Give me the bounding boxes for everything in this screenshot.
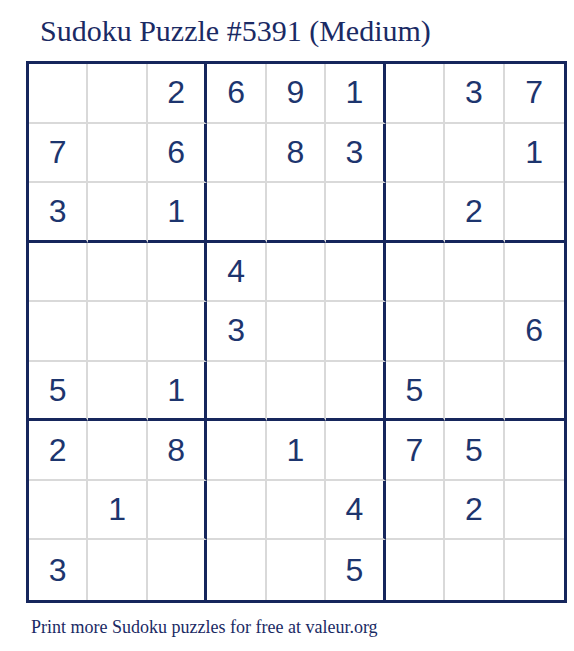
cell-r5c1-empty [29,302,88,362]
cell-r2c8-empty [445,124,504,184]
cell-r9c2-empty [88,540,147,600]
cell-r3c5-empty [267,183,326,243]
cell-r5c9-given-6: 6 [505,302,564,362]
cell-r6c9-empty [505,362,564,422]
cell-r9c1-given-3: 3 [29,540,88,600]
cell-r6c7-given-5: 5 [386,362,445,422]
cell-r1c5-given-9: 9 [267,64,326,124]
cell-r3c6-empty [326,183,385,243]
cell-r8c8-given-2: 2 [445,481,504,541]
cell-r5c4-given-3: 3 [207,302,266,362]
cell-r4c1-empty [29,243,88,303]
cell-r7c2-empty [88,421,147,481]
cell-r1c3-given-2: 2 [148,64,207,124]
cell-r2c6-given-3: 3 [326,124,385,184]
cell-r9c4-empty [207,540,266,600]
cell-r8c7-empty [386,481,445,541]
cell-r1c6-given-1: 1 [326,64,385,124]
cell-r5c2-empty [88,302,147,362]
cell-r8c5-empty [267,481,326,541]
cell-r4c7-empty [386,243,445,303]
cell-r4c9-empty [505,243,564,303]
cell-r7c7-given-7: 7 [386,421,445,481]
cell-r5c6-empty [326,302,385,362]
cell-r3c4-empty [207,183,266,243]
cell-r6c5-empty [267,362,326,422]
cell-r7c6-empty [326,421,385,481]
cell-r1c7-empty [386,64,445,124]
cell-r5c3-empty [148,302,207,362]
sudoku-board: 269137768313124365152817514235 [26,61,567,603]
cell-r2c1-given-7: 7 [29,124,88,184]
cell-r3c1-given-3: 3 [29,183,88,243]
cell-r6c3-given-1: 1 [148,362,207,422]
cell-r8c6-given-4: 4 [326,481,385,541]
cell-r2c2-empty [88,124,147,184]
cell-r8c2-given-1: 1 [88,481,147,541]
sudoku-page: Sudoku Puzzle #5391 (Medium) 26913776831… [0,0,574,651]
cell-r1c2-empty [88,64,147,124]
cell-r9c7-empty [386,540,445,600]
cell-r7c9-empty [505,421,564,481]
footer-text: Print more Sudoku puzzles for free at va… [31,617,378,638]
cell-r7c4-empty [207,421,266,481]
cell-r4c4-given-4: 4 [207,243,266,303]
cell-r9c3-empty [148,540,207,600]
cell-r9c5-empty [267,540,326,600]
cell-r7c1-given-2: 2 [29,421,88,481]
cell-r3c7-empty [386,183,445,243]
cell-r5c5-empty [267,302,326,362]
cell-r8c4-empty [207,481,266,541]
cell-r3c9-empty [505,183,564,243]
cell-r9c8-empty [445,540,504,600]
cell-r4c6-empty [326,243,385,303]
cell-r4c8-empty [445,243,504,303]
cell-r3c2-empty [88,183,147,243]
cell-r2c3-given-6: 6 [148,124,207,184]
cell-r6c8-empty [445,362,504,422]
cell-r4c3-empty [148,243,207,303]
cell-r2c5-given-8: 8 [267,124,326,184]
cell-r7c3-given-8: 8 [148,421,207,481]
cell-r9c9-empty [505,540,564,600]
cell-r8c9-empty [505,481,564,541]
cell-r2c4-empty [207,124,266,184]
cell-r4c5-empty [267,243,326,303]
cell-r5c8-empty [445,302,504,362]
cell-r3c3-given-1: 1 [148,183,207,243]
cell-r1c9-given-7: 7 [505,64,564,124]
cell-r3c8-given-2: 2 [445,183,504,243]
cell-r6c6-empty [326,362,385,422]
page-title: Sudoku Puzzle #5391 (Medium) [40,14,431,48]
cell-r7c5-given-1: 1 [267,421,326,481]
cell-r6c2-empty [88,362,147,422]
cell-r8c3-empty [148,481,207,541]
cell-r1c8-given-3: 3 [445,64,504,124]
cell-r2c7-empty [386,124,445,184]
cell-r4c2-empty [88,243,147,303]
cell-r5c7-empty [386,302,445,362]
cell-r8c1-empty [29,481,88,541]
cell-r2c9-given-1: 1 [505,124,564,184]
cell-r6c1-given-5: 5 [29,362,88,422]
cell-r9c6-given-5: 5 [326,540,385,600]
cell-r7c8-given-5: 5 [445,421,504,481]
cell-r1c4-given-6: 6 [207,64,266,124]
cell-r6c4-empty [207,362,266,422]
cell-r1c1-empty [29,64,88,124]
